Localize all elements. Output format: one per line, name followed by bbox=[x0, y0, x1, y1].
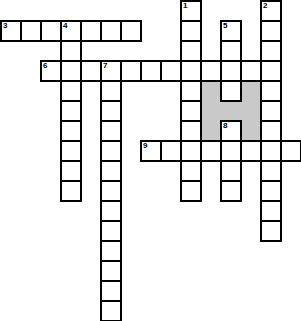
cell-r9-c3[interactable] bbox=[60, 180, 82, 202]
cell-r5-c3[interactable] bbox=[60, 100, 82, 122]
cell-r9-c13[interactable] bbox=[260, 180, 282, 202]
cell-r7-c8[interactable] bbox=[160, 140, 182, 162]
cell-r0-c9[interactable] bbox=[180, 0, 202, 22]
shaded-block-r4-c12 bbox=[240, 80, 262, 102]
cell-r4-c13[interactable] bbox=[260, 80, 282, 102]
cell-r11-c13[interactable] bbox=[260, 220, 282, 242]
cell-r7-c12[interactable] bbox=[240, 140, 262, 162]
crossword-page: 123456789 bbox=[0, 0, 301, 321]
cell-r3-c7[interactable] bbox=[140, 60, 162, 82]
cell-r7-c7[interactable] bbox=[140, 140, 162, 162]
cell-r7-c3[interactable] bbox=[60, 140, 82, 162]
cell-r1-c0[interactable] bbox=[0, 20, 22, 42]
cell-r5-c9[interactable] bbox=[180, 100, 202, 122]
cell-r1-c9[interactable] bbox=[180, 20, 202, 42]
cell-r0-c13[interactable] bbox=[260, 0, 282, 22]
cell-r14-c5[interactable] bbox=[100, 280, 122, 302]
cell-r1-c13[interactable] bbox=[260, 20, 282, 42]
cell-r1-c1[interactable] bbox=[20, 20, 42, 42]
cell-r2-c9[interactable] bbox=[180, 40, 202, 62]
cell-r6-c9[interactable] bbox=[180, 120, 202, 142]
cell-r9-c11[interactable] bbox=[220, 180, 242, 202]
cell-r15-c5[interactable] bbox=[100, 300, 122, 321]
cell-r6-c13[interactable] bbox=[260, 120, 282, 142]
cell-r8-c9[interactable] bbox=[180, 160, 202, 182]
cell-r7-c13[interactable] bbox=[260, 140, 282, 162]
cell-r10-c5[interactable] bbox=[100, 200, 122, 222]
cell-r4-c5[interactable] bbox=[100, 80, 122, 102]
cell-r1-c5[interactable] bbox=[100, 20, 122, 42]
crossword-grid: 123456789 bbox=[0, 0, 301, 321]
shaded-block-r4-c10 bbox=[200, 80, 222, 102]
cell-r3-c10[interactable] bbox=[200, 60, 222, 82]
shaded-block-r5-c10 bbox=[200, 100, 222, 122]
cell-r7-c5[interactable] bbox=[100, 140, 122, 162]
cell-r3-c11[interactable] bbox=[220, 60, 242, 82]
cell-r1-c6[interactable] bbox=[120, 20, 142, 42]
cell-r1-c2[interactable] bbox=[40, 20, 62, 42]
cell-r2-c13[interactable] bbox=[260, 40, 282, 62]
cell-r11-c5[interactable] bbox=[100, 220, 122, 242]
cell-r2-c3[interactable] bbox=[60, 40, 82, 62]
cell-r7-c9[interactable] bbox=[180, 140, 202, 162]
cell-r3-c12[interactable] bbox=[240, 60, 262, 82]
cell-r6-c11[interactable] bbox=[220, 120, 242, 142]
cell-r3-c8[interactable] bbox=[160, 60, 182, 82]
cell-r3-c3[interactable] bbox=[60, 60, 82, 82]
cell-r6-c5[interactable] bbox=[100, 120, 122, 142]
cell-r9-c9[interactable] bbox=[180, 180, 202, 202]
cell-r4-c11[interactable] bbox=[220, 80, 242, 102]
shaded-block-r5-c11 bbox=[220, 100, 242, 122]
cell-r1-c3[interactable] bbox=[60, 20, 82, 42]
cell-r13-c5[interactable] bbox=[100, 260, 122, 282]
cell-r5-c5[interactable] bbox=[100, 100, 122, 122]
cell-r7-c14[interactable] bbox=[280, 140, 301, 162]
cell-r9-c5[interactable] bbox=[100, 180, 122, 202]
shaded-block-r5-c12 bbox=[240, 100, 262, 122]
cell-r3-c6[interactable] bbox=[120, 60, 142, 82]
cell-r3-c5[interactable] bbox=[100, 60, 122, 82]
cell-r4-c9[interactable] bbox=[180, 80, 202, 102]
cell-r1-c11[interactable] bbox=[220, 20, 242, 42]
cell-r8-c13[interactable] bbox=[260, 160, 282, 182]
cell-r10-c13[interactable] bbox=[260, 200, 282, 222]
cell-r3-c4[interactable] bbox=[80, 60, 102, 82]
cell-r8-c11[interactable] bbox=[220, 160, 242, 182]
shaded-block-r6-c12 bbox=[240, 120, 262, 142]
cell-r3-c9[interactable] bbox=[180, 60, 202, 82]
cell-r5-c13[interactable] bbox=[260, 100, 282, 122]
cell-r3-c13[interactable] bbox=[260, 60, 282, 82]
cell-r7-c10[interactable] bbox=[200, 140, 222, 162]
cell-r7-c11[interactable] bbox=[220, 140, 242, 162]
cell-r2-c11[interactable] bbox=[220, 40, 242, 62]
cell-r4-c3[interactable] bbox=[60, 80, 82, 102]
cell-r1-c4[interactable] bbox=[80, 20, 102, 42]
cell-r12-c5[interactable] bbox=[100, 240, 122, 262]
cell-r8-c5[interactable] bbox=[100, 160, 122, 182]
cell-r8-c3[interactable] bbox=[60, 160, 82, 182]
cell-r3-c2[interactable] bbox=[40, 60, 62, 82]
shaded-block-r6-c10 bbox=[200, 120, 222, 142]
cell-r6-c3[interactable] bbox=[60, 120, 82, 142]
